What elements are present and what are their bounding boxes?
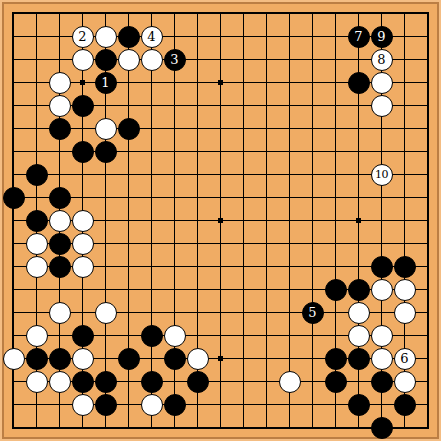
- white-stone-move-10: 10: [371, 164, 393, 186]
- black-stone: [3, 187, 25, 209]
- white-stone: [141, 49, 163, 71]
- go-board[interactable]: 24793811056: [0, 0, 441, 441]
- white-stone: [72, 49, 94, 71]
- white-stone: [394, 302, 416, 324]
- black-stone: [95, 141, 117, 163]
- black-stone: [95, 371, 117, 393]
- black-stone-move-7: 7: [348, 26, 370, 48]
- white-stone: [371, 325, 393, 347]
- black-stone: [49, 256, 71, 278]
- white-stone: [72, 233, 94, 255]
- star-point: [80, 80, 85, 85]
- black-stone: [325, 371, 347, 393]
- white-stone: [72, 394, 94, 416]
- star-point: [356, 218, 361, 223]
- white-stone: [72, 348, 94, 370]
- star-point: [218, 356, 223, 361]
- white-stone: [49, 302, 71, 324]
- black-stone: [371, 417, 393, 439]
- white-stone: [141, 394, 163, 416]
- black-stone: [187, 371, 209, 393]
- black-stone: [325, 279, 347, 301]
- black-stone: [49, 348, 71, 370]
- white-stone-move-6: 6: [394, 348, 416, 370]
- white-stone: [95, 118, 117, 140]
- white-stone: [348, 325, 370, 347]
- white-stone: [371, 95, 393, 117]
- black-stone-move-3: 3: [164, 49, 186, 71]
- black-stone: [49, 187, 71, 209]
- black-stone: [49, 118, 71, 140]
- white-stone-move-4: 4: [141, 26, 163, 48]
- black-stone: [72, 95, 94, 117]
- white-stone: [118, 49, 140, 71]
- white-stone: [394, 279, 416, 301]
- black-stone: [26, 210, 48, 232]
- star-point: [218, 218, 223, 223]
- black-stone: [95, 394, 117, 416]
- white-stone: [279, 371, 301, 393]
- black-stone: [348, 394, 370, 416]
- white-stone: [371, 72, 393, 94]
- black-stone: [348, 279, 370, 301]
- white-stone: [348, 302, 370, 324]
- white-stone: [95, 26, 117, 48]
- black-stone-move-9: 9: [371, 26, 393, 48]
- black-stone: [95, 49, 117, 71]
- black-stone: [26, 348, 48, 370]
- black-stone: [371, 371, 393, 393]
- black-stone: [118, 26, 140, 48]
- black-stone: [371, 256, 393, 278]
- black-stone: [164, 394, 186, 416]
- white-stone: [49, 371, 71, 393]
- black-stone: [118, 118, 140, 140]
- white-stone: [72, 256, 94, 278]
- black-stone: [394, 256, 416, 278]
- white-stone: [49, 95, 71, 117]
- white-stone: [187, 348, 209, 370]
- black-stone: [164, 348, 186, 370]
- white-stone-move-2: 2: [72, 26, 94, 48]
- white-stone: [3, 348, 25, 370]
- white-stone: [49, 210, 71, 232]
- white-stone: [26, 233, 48, 255]
- white-stone: [26, 325, 48, 347]
- black-stone: [325, 348, 347, 370]
- black-stone: [118, 348, 140, 370]
- white-stone-move-8: 8: [371, 49, 393, 71]
- white-stone: [26, 371, 48, 393]
- black-stone: [72, 141, 94, 163]
- black-stone: [348, 348, 370, 370]
- black-stone: [394, 394, 416, 416]
- white-stone: [371, 279, 393, 301]
- black-stone-move-1: 1: [95, 72, 117, 94]
- black-stone: [26, 164, 48, 186]
- white-stone: [49, 72, 71, 94]
- black-stone: [348, 72, 370, 94]
- black-stone-move-5: 5: [302, 302, 324, 324]
- black-stone: [141, 325, 163, 347]
- white-stone: [164, 325, 186, 347]
- black-stone: [49, 233, 71, 255]
- white-stone: [26, 256, 48, 278]
- black-stone: [141, 371, 163, 393]
- white-stone: [371, 348, 393, 370]
- white-stone: [394, 371, 416, 393]
- white-stone: [72, 210, 94, 232]
- black-stone: [72, 325, 94, 347]
- star-point: [218, 80, 223, 85]
- black-stone: [72, 371, 94, 393]
- white-stone: [95, 302, 117, 324]
